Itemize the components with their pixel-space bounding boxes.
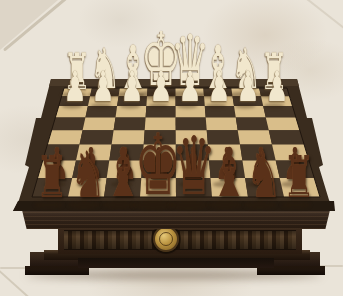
- piece-bR-a8: ♜: [274, 149, 326, 207]
- piece-wP-a2: ♟: [258, 66, 295, 108]
- scene-wooden-chess-set: { "game": "chess", "scene": { "descripti…: [0, 0, 343, 296]
- square-a4: [266, 117, 300, 130]
- square-h4: [52, 117, 86, 130]
- square-g4: [83, 117, 116, 130]
- square-b4: [236, 117, 269, 130]
